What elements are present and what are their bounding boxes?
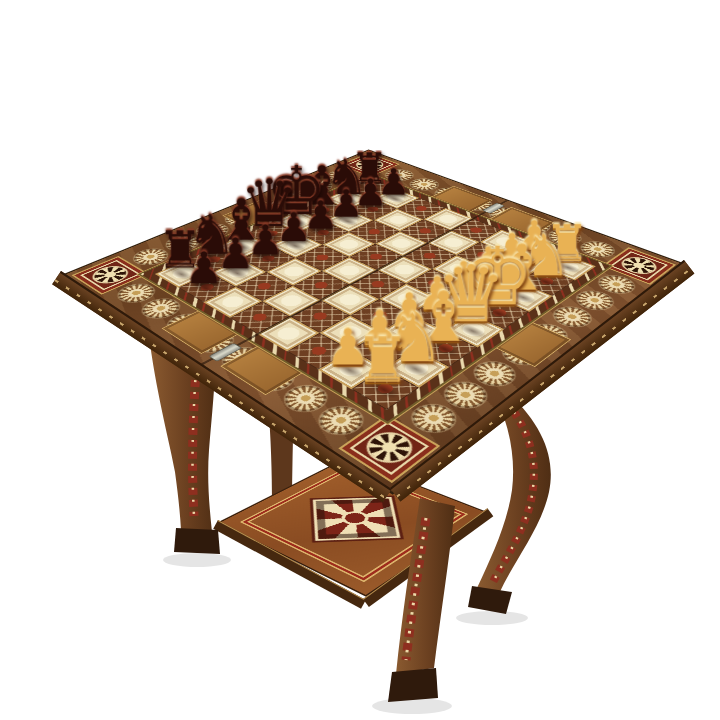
square-a1[interactable]: ♜ [351, 368, 419, 410]
foot-shadow [163, 553, 231, 567]
rosette-inlay-icon [546, 303, 596, 331]
left-foot [174, 528, 220, 554]
white-rook[interactable]: ♜ [327, 332, 438, 391]
rosette-inlay-icon [436, 377, 494, 413]
foot-shadow [456, 611, 528, 625]
front-foot [388, 668, 438, 702]
square-c5[interactable] [293, 271, 350, 300]
rosette-inlay-icon [136, 295, 186, 322]
chess-table-scene: ♜♟♟♜♞♟♟♞♝♟♟♝♚♟♟♚♛♟♟♛♝♟♟♝♞♟♟♞♜♟♟♜ [0, 0, 720, 720]
chess-board: ♜♟♟♜♞♟♟♞♝♟♟♝♚♟♟♚♛♟♟♛♝♟♟♝♞♟♟♞♜♟♟♜ [155, 179, 596, 410]
black-pawn[interactable]: ♟ [157, 247, 250, 288]
foot-shadow [372, 698, 452, 714]
rosette-inlay-icon [466, 357, 522, 391]
rosette-inlay-icon [570, 287, 619, 313]
right-foot [468, 586, 512, 614]
